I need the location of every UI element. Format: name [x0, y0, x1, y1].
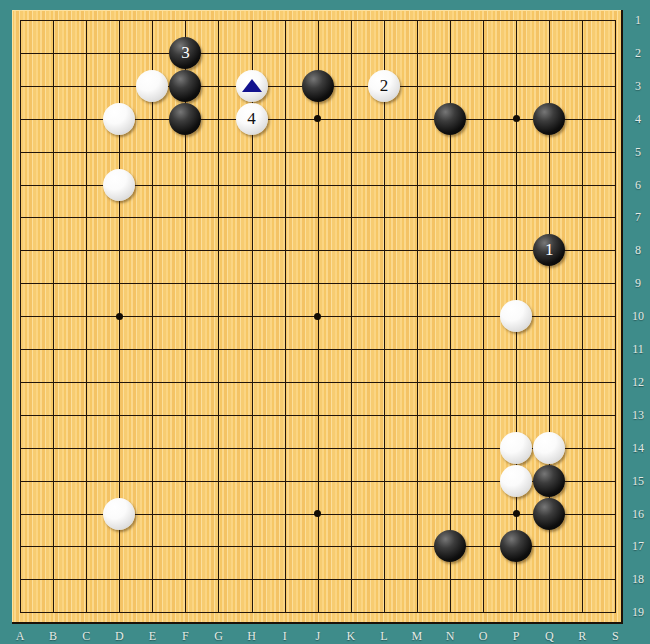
column-label-O: O [471, 629, 495, 644]
row-label-9: 9 [627, 276, 649, 290]
stone-white-H3[interactable] [236, 70, 268, 102]
stone-black-J3[interactable] [302, 70, 334, 102]
triangle-marker-icon [242, 79, 262, 92]
column-label-K: K [339, 629, 363, 644]
stone-black-Q8[interactable]: 1 [533, 234, 565, 266]
star-point-D10 [116, 313, 123, 320]
column-label-N: N [438, 629, 462, 644]
stone-black-Q16[interactable] [533, 498, 565, 530]
column-label-L: L [372, 629, 396, 644]
row-label-16: 16 [627, 507, 649, 521]
column-label-P: P [504, 629, 528, 644]
row-label-19: 19 [627, 605, 649, 619]
stone-black-F3[interactable] [169, 70, 201, 102]
row-label-13: 13 [627, 408, 649, 422]
row-label-8: 8 [627, 243, 649, 257]
stone-white-D4[interactable] [103, 103, 135, 135]
grid-line-vertical [483, 20, 484, 613]
row-label-18: 18 [627, 572, 649, 586]
move-number-label: 2 [368, 70, 400, 102]
stone-white-H4[interactable]: 4 [236, 103, 268, 135]
column-label-M: M [405, 629, 429, 644]
row-label-4: 4 [627, 112, 649, 126]
star-point-J10 [314, 313, 321, 320]
column-label-A: A [8, 629, 32, 644]
grid-line-horizontal [20, 415, 616, 416]
column-label-B: B [41, 629, 65, 644]
row-label-10: 10 [627, 309, 649, 323]
row-label-2: 2 [627, 46, 649, 60]
column-label-J: J [306, 629, 330, 644]
column-label-D: D [107, 629, 131, 644]
row-label-17: 17 [627, 539, 649, 553]
stone-black-P17[interactable] [500, 530, 532, 562]
grid-line-horizontal [20, 349, 616, 350]
star-point-J16 [314, 510, 321, 517]
grid-line-vertical [417, 20, 418, 613]
column-label-G: G [206, 629, 230, 644]
row-label-12: 12 [627, 375, 649, 389]
stone-white-P14[interactable] [500, 432, 532, 464]
grid-line-vertical [351, 20, 352, 613]
column-label-E: E [140, 629, 164, 644]
grid-line-horizontal [20, 382, 616, 383]
column-label-R: R [570, 629, 594, 644]
star-point-P4 [513, 115, 520, 122]
stone-white-P15[interactable] [500, 465, 532, 497]
stone-white-Q14[interactable] [533, 432, 565, 464]
grid-line-vertical [384, 20, 385, 613]
column-label-C: C [74, 629, 98, 644]
stone-white-D6[interactable] [103, 169, 135, 201]
star-point-P16 [513, 510, 520, 517]
stone-black-Q15[interactable] [533, 465, 565, 497]
move-number-label: 1 [533, 234, 565, 266]
go-board[interactable]: 3241 [12, 10, 623, 624]
grid-line-horizontal [20, 579, 616, 580]
stone-white-P10[interactable] [500, 300, 532, 332]
stone-black-N17[interactable] [434, 530, 466, 562]
move-number-label: 4 [236, 103, 268, 135]
stone-white-L3[interactable]: 2 [368, 70, 400, 102]
row-label-1: 1 [627, 13, 649, 27]
row-label-11: 11 [627, 342, 649, 356]
move-number-label: 3 [169, 37, 201, 69]
row-label-14: 14 [627, 441, 649, 455]
row-label-6: 6 [627, 178, 649, 192]
column-label-H: H [240, 629, 264, 644]
row-label-15: 15 [627, 474, 649, 488]
grid-line-horizontal [20, 612, 616, 613]
stone-black-Q4[interactable] [533, 103, 565, 135]
column-label-S: S [603, 629, 627, 644]
stone-white-D16[interactable] [103, 498, 135, 530]
go-diagram: 3241 ABCDEFGHIJKLMNOPQRS1234567891011121… [0, 0, 650, 644]
column-label-I: I [273, 629, 297, 644]
stone-black-F4[interactable] [169, 103, 201, 135]
grid-line-vertical [615, 20, 616, 613]
row-label-7: 7 [627, 210, 649, 224]
stone-black-F2[interactable]: 3 [169, 37, 201, 69]
stone-black-N4[interactable] [434, 103, 466, 135]
column-label-F: F [173, 629, 197, 644]
row-label-3: 3 [627, 79, 649, 93]
row-label-5: 5 [627, 145, 649, 159]
grid-line-vertical [582, 20, 583, 613]
star-point-J4 [314, 115, 321, 122]
stone-white-E3[interactable] [136, 70, 168, 102]
column-label-Q: Q [537, 629, 561, 644]
